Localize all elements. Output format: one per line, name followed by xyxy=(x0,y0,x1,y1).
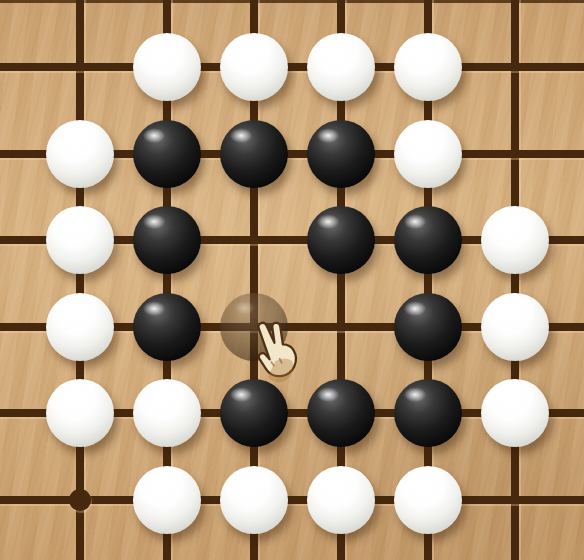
white-stone xyxy=(220,33,288,101)
white-stone xyxy=(394,466,462,534)
board-intersection-r2c5[interactable] xyxy=(385,110,472,197)
white-stone xyxy=(481,206,549,274)
board-intersection-r1c4[interactable] xyxy=(298,24,385,111)
board-intersection-r4c5[interactable] xyxy=(385,283,472,370)
board-grid xyxy=(37,24,559,544)
board-intersection-r4c3[interactable] xyxy=(211,283,298,370)
board-intersection-r1c1[interactable] xyxy=(37,24,124,111)
board-intersection-r6c6[interactable] xyxy=(472,457,559,544)
ghost-stone-preview xyxy=(220,293,288,361)
white-stone xyxy=(307,33,375,101)
board-intersection-r4c6[interactable] xyxy=(472,283,559,370)
black-stone xyxy=(133,120,201,188)
white-stone xyxy=(307,466,375,534)
white-stone xyxy=(46,206,114,274)
white-stone xyxy=(394,33,462,101)
black-stone xyxy=(307,120,375,188)
board-intersection-r2c4[interactable] xyxy=(298,110,385,197)
board-intersection-r2c3[interactable] xyxy=(211,110,298,197)
black-stone xyxy=(220,379,288,447)
board-intersection-r2c6[interactable] xyxy=(472,110,559,197)
board-intersection-r6c1[interactable] xyxy=(37,457,124,544)
board-intersection-r3c3[interactable] xyxy=(211,197,298,284)
white-stone xyxy=(46,379,114,447)
board-intersection-r1c5[interactable] xyxy=(385,24,472,111)
board-intersection-r1c6[interactable] xyxy=(472,24,559,111)
board-intersection-r5c1[interactable] xyxy=(37,370,124,457)
board-intersection-r3c6[interactable] xyxy=(472,197,559,284)
white-stone xyxy=(133,379,201,447)
board-intersection-r3c2[interactable] xyxy=(124,197,211,284)
board-intersection-r5c4[interactable] xyxy=(298,370,385,457)
white-stone xyxy=(481,293,549,361)
white-stone xyxy=(133,33,201,101)
white-stone xyxy=(46,293,114,361)
board-intersection-r4c4[interactable] xyxy=(298,283,385,370)
board-intersection-r2c1[interactable] xyxy=(37,110,124,197)
black-stone xyxy=(394,293,462,361)
board-intersection-r1c2[interactable] xyxy=(124,24,211,111)
board-intersection-r6c4[interactable] xyxy=(298,457,385,544)
board-intersection-r3c5[interactable] xyxy=(385,197,472,284)
board-intersection-r5c2[interactable] xyxy=(124,370,211,457)
board-intersection-r5c5[interactable] xyxy=(385,370,472,457)
board-intersection-r3c1[interactable] xyxy=(37,197,124,284)
black-stone xyxy=(307,379,375,447)
board-intersection-r1c3[interactable] xyxy=(211,24,298,111)
white-stone xyxy=(481,379,549,447)
board-intersection-r5c6[interactable] xyxy=(472,370,559,457)
black-stone xyxy=(394,206,462,274)
board-intersection-r5c3[interactable] xyxy=(211,370,298,457)
black-stone xyxy=(133,206,201,274)
black-stone xyxy=(307,206,375,274)
go-board[interactable] xyxy=(0,0,584,560)
board-intersection-r2c2[interactable] xyxy=(124,110,211,197)
board-intersection-r6c3[interactable] xyxy=(211,457,298,544)
black-stone xyxy=(220,120,288,188)
black-stone xyxy=(133,293,201,361)
black-stone xyxy=(394,379,462,447)
board-intersection-r4c1[interactable] xyxy=(37,283,124,370)
board-top-edge-line xyxy=(0,0,584,3)
white-stone xyxy=(220,466,288,534)
white-stone xyxy=(46,120,114,188)
white-stone xyxy=(133,466,201,534)
board-intersection-r3c4[interactable] xyxy=(298,197,385,284)
white-stone xyxy=(394,120,462,188)
board-intersection-r4c2[interactable] xyxy=(124,283,211,370)
board-intersection-r6c2[interactable] xyxy=(124,457,211,544)
board-intersection-r6c5[interactable] xyxy=(385,457,472,544)
